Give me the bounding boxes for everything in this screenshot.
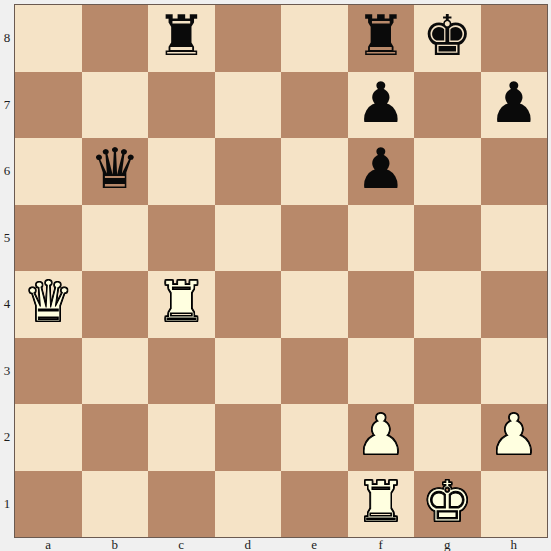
square-c8[interactable]: ♜ [148, 5, 215, 72]
square-f1[interactable]: ♜ [348, 471, 415, 538]
square-f4[interactable] [348, 271, 415, 338]
square-a6[interactable] [15, 138, 82, 205]
square-d3[interactable] [215, 338, 282, 405]
square-g3[interactable] [414, 338, 481, 405]
square-d1[interactable] [215, 471, 282, 538]
black-pawn[interactable]: ♟ [489, 75, 539, 131]
square-h6[interactable] [481, 138, 548, 205]
square-c3[interactable] [148, 338, 215, 405]
rank-label-5: 5 [0, 205, 14, 272]
rank-label-7: 7 [0, 72, 14, 139]
square-g4[interactable] [414, 271, 481, 338]
white-pawn[interactable]: ♟ [489, 407, 539, 463]
square-c1[interactable] [148, 471, 215, 538]
square-h1[interactable] [481, 471, 548, 538]
black-pawn[interactable]: ♟ [356, 141, 406, 197]
square-b7[interactable] [82, 72, 149, 139]
rank-label-2: 2 [0, 404, 14, 471]
white-pawn[interactable]: ♟ [356, 407, 406, 463]
file-label-b: b [82, 537, 149, 551]
square-a1[interactable] [15, 471, 82, 538]
square-e3[interactable] [281, 338, 348, 405]
square-d7[interactable] [215, 72, 282, 139]
square-g8[interactable]: ♚ [414, 5, 481, 72]
chess-board[interactable]: ♜♜♚♟♟♛♟♛♜♟♟♜♚ [14, 4, 548, 538]
file-label-d: d [215, 537, 282, 551]
square-g5[interactable] [414, 205, 481, 272]
black-queen[interactable]: ♛ [90, 141, 140, 197]
black-rook[interactable]: ♜ [356, 8, 406, 64]
file-label-c: c [148, 537, 215, 551]
square-f3[interactable] [348, 338, 415, 405]
square-b4[interactable] [82, 271, 149, 338]
square-e7[interactable] [281, 72, 348, 139]
square-b1[interactable] [82, 471, 149, 538]
file-label-g: g [414, 537, 481, 551]
white-rook[interactable]: ♜ [356, 474, 406, 530]
square-f5[interactable] [348, 205, 415, 272]
square-c6[interactable] [148, 138, 215, 205]
file-label-h: h [481, 537, 548, 551]
square-e2[interactable] [281, 404, 348, 471]
square-d5[interactable] [215, 205, 282, 272]
square-b2[interactable] [82, 404, 149, 471]
square-h5[interactable] [481, 205, 548, 272]
black-pawn[interactable]: ♟ [356, 75, 406, 131]
square-b8[interactable] [82, 5, 149, 72]
square-g2[interactable] [414, 404, 481, 471]
square-f8[interactable]: ♜ [348, 5, 415, 72]
chess-diagram: 87654321 ♜♜♚♟♟♛♟♛♜♟♟♜♚ abcdefgh [0, 0, 551, 551]
square-f6[interactable]: ♟ [348, 138, 415, 205]
square-g1[interactable]: ♚ [414, 471, 481, 538]
square-f7[interactable]: ♟ [348, 72, 415, 139]
square-c2[interactable] [148, 404, 215, 471]
square-e5[interactable] [281, 205, 348, 272]
rank-labels: 87654321 [0, 5, 14, 537]
square-h4[interactable] [481, 271, 548, 338]
square-a3[interactable] [15, 338, 82, 405]
square-g6[interactable] [414, 138, 481, 205]
black-rook[interactable]: ♜ [156, 8, 206, 64]
square-a4[interactable]: ♛ [15, 271, 82, 338]
rank-label-4: 4 [0, 271, 14, 338]
square-e1[interactable] [281, 471, 348, 538]
square-a2[interactable] [15, 404, 82, 471]
white-king[interactable]: ♚ [422, 474, 472, 530]
rank-label-3: 3 [0, 338, 14, 405]
square-b3[interactable] [82, 338, 149, 405]
square-e6[interactable] [281, 138, 348, 205]
square-f2[interactable]: ♟ [348, 404, 415, 471]
file-label-e: e [281, 537, 348, 551]
square-h7[interactable]: ♟ [481, 72, 548, 139]
white-queen[interactable]: ♛ [23, 274, 73, 330]
black-king[interactable]: ♚ [422, 8, 472, 64]
rank-label-1: 1 [0, 471, 14, 538]
square-h2[interactable]: ♟ [481, 404, 548, 471]
file-label-f: f [348, 537, 415, 551]
square-g7[interactable] [414, 72, 481, 139]
square-c7[interactable] [148, 72, 215, 139]
square-a8[interactable] [15, 5, 82, 72]
square-h3[interactable] [481, 338, 548, 405]
file-labels: abcdefgh [15, 537, 547, 551]
square-b6[interactable]: ♛ [82, 138, 149, 205]
square-d6[interactable] [215, 138, 282, 205]
square-d4[interactable] [215, 271, 282, 338]
square-d2[interactable] [215, 404, 282, 471]
rank-label-6: 6 [0, 138, 14, 205]
square-a5[interactable] [15, 205, 82, 272]
rank-label-8: 8 [0, 5, 14, 72]
square-c4[interactable]: ♜ [148, 271, 215, 338]
square-d8[interactable] [215, 5, 282, 72]
square-a7[interactable] [15, 72, 82, 139]
square-c5[interactable] [148, 205, 215, 272]
file-label-a: a [15, 537, 82, 551]
square-h8[interactable] [481, 5, 548, 72]
white-rook[interactable]: ♜ [156, 274, 206, 330]
square-b5[interactable] [82, 205, 149, 272]
square-e4[interactable] [281, 271, 348, 338]
square-e8[interactable] [281, 5, 348, 72]
